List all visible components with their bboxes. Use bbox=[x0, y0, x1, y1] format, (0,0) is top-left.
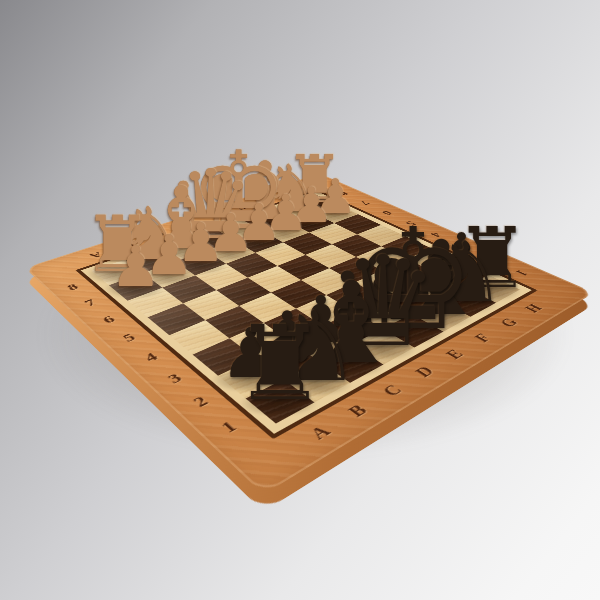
piece-light-pawn-a7[interactable]: ♟ bbox=[110, 239, 160, 295]
square-a5[interactable] bbox=[148, 303, 206, 335]
product-render-background: 87654321 87654321 HGFEDCBA HGFEDCBA ♜♞♝♛… bbox=[0, 0, 600, 600]
piece-dark-rook-a1[interactable]: ♜ bbox=[234, 313, 326, 416]
